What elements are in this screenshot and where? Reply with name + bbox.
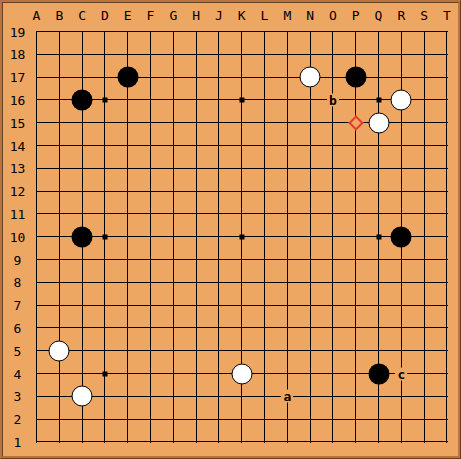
col-label-H: H bbox=[192, 8, 200, 23]
row-label-7: 7 bbox=[4, 298, 31, 313]
row-label-11: 11 bbox=[4, 206, 31, 221]
row-label-10: 10 bbox=[4, 229, 31, 244]
star-point-K10 bbox=[239, 234, 244, 239]
row-label-9: 9 bbox=[4, 252, 31, 267]
stone-white-Q15 bbox=[368, 112, 389, 133]
row-label-5: 5 bbox=[4, 343, 31, 358]
row-label-18: 18 bbox=[4, 47, 31, 62]
col-label-L: L bbox=[261, 8, 269, 23]
stone-white-N17 bbox=[300, 67, 321, 88]
stone-black-E17 bbox=[117, 67, 138, 88]
col-label-K: K bbox=[238, 8, 246, 23]
col-label-C: C bbox=[78, 8, 86, 23]
board-grid: abc bbox=[36, 31, 448, 443]
col-label-G: G bbox=[169, 8, 177, 23]
star-point-D10 bbox=[102, 234, 107, 239]
col-label-Q: Q bbox=[375, 8, 383, 23]
star-point-K16 bbox=[239, 97, 244, 102]
row-label-16: 16 bbox=[4, 92, 31, 107]
star-point-D4 bbox=[102, 371, 107, 376]
star-point-Q16 bbox=[376, 97, 381, 102]
stone-black-R10 bbox=[391, 226, 412, 247]
stone-white-C3 bbox=[72, 386, 93, 407]
col-label-O: O bbox=[329, 8, 337, 23]
col-label-E: E bbox=[124, 8, 132, 23]
point-label-b: b bbox=[327, 93, 339, 106]
col-label-J: J bbox=[215, 8, 223, 23]
col-label-B: B bbox=[55, 8, 63, 23]
col-label-P: P bbox=[352, 8, 360, 23]
point-label-c: c bbox=[395, 367, 407, 380]
row-label-1: 1 bbox=[4, 434, 31, 449]
row-label-6: 6 bbox=[4, 320, 31, 335]
star-point-D16 bbox=[102, 97, 107, 102]
stone-black-P17 bbox=[345, 67, 366, 88]
stone-black-C10 bbox=[72, 226, 93, 247]
row-label-4: 4 bbox=[4, 366, 31, 381]
row-label-13: 13 bbox=[4, 161, 31, 176]
star-point-Q10 bbox=[376, 234, 381, 239]
stone-black-C16 bbox=[72, 89, 93, 110]
col-label-F: F bbox=[147, 8, 155, 23]
row-label-8: 8 bbox=[4, 275, 31, 290]
col-label-S: S bbox=[420, 8, 428, 23]
row-label-2: 2 bbox=[4, 412, 31, 427]
row-label-12: 12 bbox=[4, 184, 31, 199]
col-label-R: R bbox=[397, 8, 405, 23]
marked-point-diamond-P15 bbox=[348, 115, 364, 131]
stone-white-B5 bbox=[49, 340, 70, 361]
row-label-3: 3 bbox=[4, 389, 31, 404]
col-label-A: A bbox=[33, 8, 41, 23]
row-label-15: 15 bbox=[4, 115, 31, 130]
stone-white-R16 bbox=[391, 89, 412, 110]
col-label-N: N bbox=[306, 8, 314, 23]
go-board-diagram: ABCDEFGHJKLMNOPQRST 19181716151413121110… bbox=[0, 0, 461, 459]
col-label-T: T bbox=[443, 8, 451, 23]
row-label-19: 19 bbox=[4, 24, 31, 39]
point-label-a: a bbox=[281, 390, 293, 403]
row-label-14: 14 bbox=[4, 138, 31, 153]
col-label-M: M bbox=[283, 8, 291, 23]
row-label-17: 17 bbox=[4, 70, 31, 85]
stone-black-Q4 bbox=[368, 363, 389, 384]
col-label-D: D bbox=[101, 8, 109, 23]
stone-white-K4 bbox=[231, 363, 252, 384]
